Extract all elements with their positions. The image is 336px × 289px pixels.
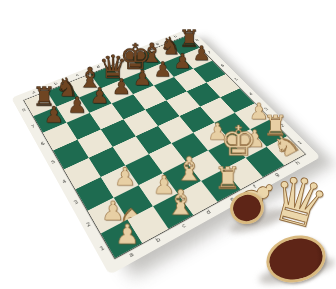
chess-board: abcdefgh abcdefgh 12345678 12345678 ♜♞♝♛… (11, 28, 321, 275)
piece-white-rook[interactable]: ♜ (213, 163, 242, 193)
piece-black-pawn[interactable]: ♟ (131, 68, 155, 89)
photo-background: abcdefgh abcdefgh 12345678 12345678 ♜♞♝♛… (0, 0, 336, 289)
piece-black-pawn[interactable]: ♟ (41, 104, 67, 127)
piece-black-pawn[interactable]: ♟ (65, 94, 90, 116)
square-d6[interactable] (112, 94, 145, 119)
piece-white-pawn[interactable]: ♟ (111, 165, 139, 190)
piece-white-bishop[interactable]: ♝ (165, 185, 195, 220)
piece-black-pawn[interactable]: ♟ (109, 76, 133, 97)
piece-black-pawn[interactable]: ♟ (87, 85, 112, 107)
piece-black-pawn[interactable]: ♟ (151, 59, 174, 80)
piece-white-pawn[interactable]: ♟ (112, 221, 143, 248)
piece-white-king[interactable]: ♚ (220, 120, 247, 161)
